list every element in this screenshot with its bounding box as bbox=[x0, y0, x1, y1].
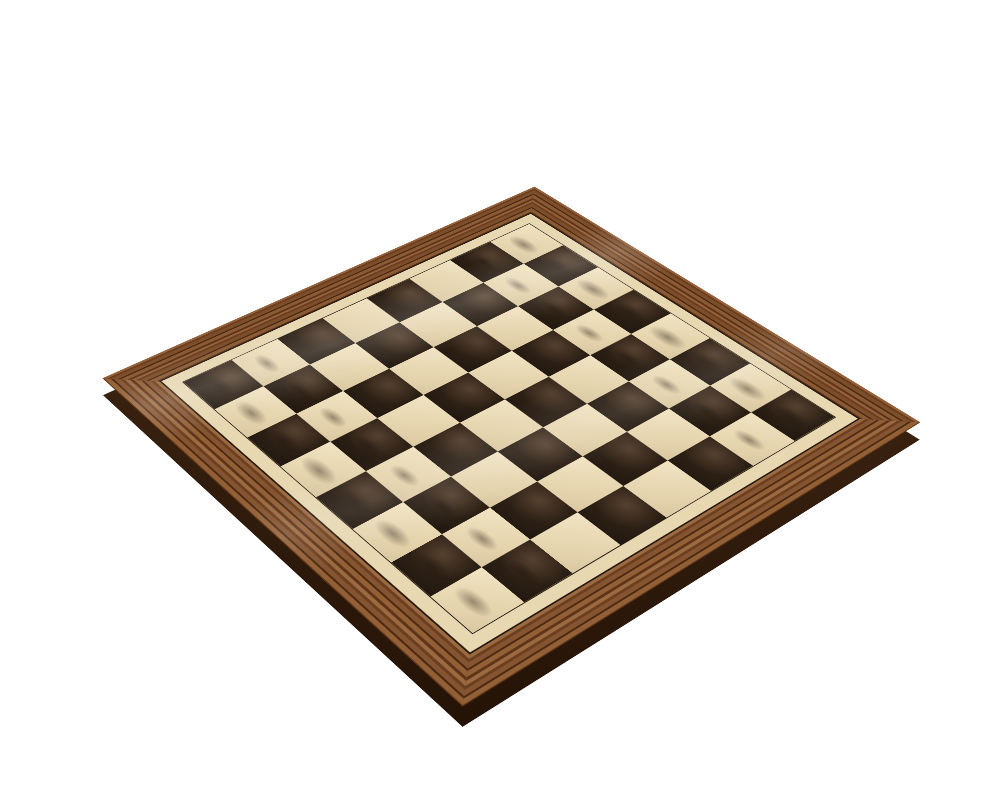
black-rook-glyph: ♜ bbox=[764, 292, 815, 417]
black-pawn-glyph: ♟ bbox=[533, 228, 573, 309]
chessboard: ♜♜♞♞♝♝♛♛♚♚♝♝♞♞♜♜♟♟♟♟♟♟♟♟♟♟♟♟♟♟♟♟♟♟♟♟♟♟♟♟… bbox=[103, 187, 920, 707]
black-pawn-glyph: ♟ bbox=[569, 251, 610, 333]
black-pawn-glyph: ♟ bbox=[498, 206, 538, 285]
black-pawn-glyph: ♟ bbox=[685, 325, 728, 412]
black-pawn-glyph: ♟ bbox=[645, 300, 688, 386]
black-pawn-glyph: ♟ bbox=[727, 352, 771, 441]
black-pawn-glyph: ♟ bbox=[606, 275, 648, 359]
product-photo-scene: chess ♜♜♞♞♝♝♛♛♚♚♝♝♞♞♜♜♟♟♟♟♟♟♟♟♟♟♟♟♟♟♟♟♟♟… bbox=[0, 0, 1000, 800]
board-surface: ♜♜♞♞♝♝♛♛♚♚♝♝♞♞♜♜♟♟♟♟♟♟♟♟♟♟♟♟♟♟♟♟♟♟♟♟♟♟♟♟… bbox=[103, 187, 920, 707]
white-pawn-glyph: ♟ bbox=[499, 476, 547, 573]
white-rook-glyph: ♜ bbox=[444, 461, 501, 602]
